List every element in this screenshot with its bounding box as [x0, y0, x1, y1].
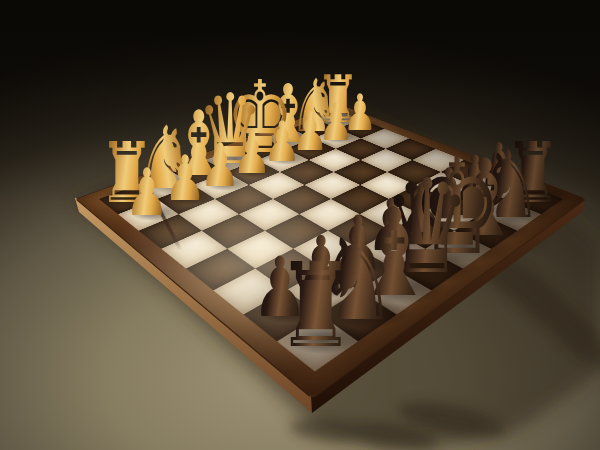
- chess-scene: ♜♞♝♛♚♝♞♜♟♟♟♟♟♟♟♟♟♟♟♟♟♟♟♟♜♞♝♛♚♝♞♜: [0, 0, 600, 450]
- piece-white-pawn-a2[interactable]: ♟: [118, 161, 177, 226]
- piece-black-rook-a8[interactable]: ♜: [263, 247, 369, 364]
